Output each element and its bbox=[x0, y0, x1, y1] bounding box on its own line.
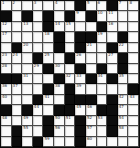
clue-number: 20 bbox=[23, 43, 28, 47]
white-cell[interactable]: 5 bbox=[86, 1, 97, 11]
black-cell bbox=[107, 74, 118, 84]
clue-number: 53 bbox=[98, 116, 103, 120]
white-cell[interactable] bbox=[97, 95, 108, 105]
clue-number: 55 bbox=[23, 126, 28, 130]
white-cell[interactable]: 22 bbox=[118, 43, 129, 53]
white-cell[interactable] bbox=[128, 22, 139, 32]
white-cell[interactable]: 17 bbox=[1, 32, 12, 42]
black-cell bbox=[107, 43, 118, 53]
white-cell[interactable]: 40 bbox=[1, 95, 12, 105]
black-cell bbox=[43, 22, 54, 32]
white-cell[interactable]: 34 bbox=[97, 74, 108, 84]
clue-number: 12 bbox=[2, 22, 7, 26]
clue-number: 39 bbox=[76, 84, 81, 88]
black-cell bbox=[65, 84, 76, 94]
white-cell[interactable] bbox=[33, 43, 44, 53]
clue-number: 3 bbox=[34, 1, 37, 5]
white-cell[interactable]: 52 bbox=[86, 116, 97, 126]
black-cell bbox=[107, 1, 118, 11]
white-cell[interactable] bbox=[128, 137, 139, 147]
white-cell[interactable] bbox=[33, 74, 44, 84]
white-cell[interactable]: 8 bbox=[128, 1, 139, 11]
clue-number: 14 bbox=[55, 22, 60, 26]
white-cell[interactable]: 31 bbox=[22, 74, 33, 84]
white-cell[interactable] bbox=[107, 32, 118, 42]
white-cell[interactable] bbox=[43, 105, 54, 115]
white-cell[interactable] bbox=[54, 137, 65, 147]
black-cell bbox=[12, 74, 23, 84]
clue-number: 11 bbox=[108, 11, 113, 15]
white-cell[interactable] bbox=[33, 116, 44, 126]
white-cell[interactable] bbox=[97, 53, 108, 63]
white-cell[interactable] bbox=[1, 126, 12, 136]
clue-number: 54 bbox=[119, 116, 124, 120]
clue-number: 37 bbox=[13, 84, 18, 88]
black-cell bbox=[75, 1, 86, 11]
clue-number: 59 bbox=[44, 137, 49, 141]
white-cell[interactable] bbox=[128, 64, 139, 74]
black-cell bbox=[33, 95, 44, 105]
white-cell[interactable]: 21 bbox=[86, 43, 97, 53]
white-cell[interactable]: 60 bbox=[86, 137, 97, 147]
clue-number: 1 bbox=[2, 1, 5, 5]
white-cell[interactable] bbox=[65, 43, 76, 53]
white-cell[interactable] bbox=[1, 137, 12, 147]
clue-number: 17 bbox=[2, 32, 7, 36]
white-cell[interactable] bbox=[1, 43, 12, 53]
black-cell bbox=[12, 137, 23, 147]
white-cell[interactable] bbox=[43, 43, 54, 53]
white-cell[interactable]: 4 bbox=[54, 1, 65, 11]
white-cell[interactable]: 2 bbox=[12, 1, 23, 11]
white-cell[interactable] bbox=[22, 32, 33, 42]
white-cell[interactable]: 12 bbox=[1, 22, 12, 32]
black-cell bbox=[54, 105, 65, 115]
white-cell[interactable] bbox=[12, 22, 23, 32]
clue-number: 28 bbox=[2, 64, 7, 68]
black-cell bbox=[86, 95, 97, 105]
clue-number: 22 bbox=[119, 43, 124, 47]
white-cell[interactable]: 18 bbox=[43, 32, 54, 42]
white-cell[interactable]: 6 bbox=[97, 1, 108, 11]
black-cell bbox=[86, 74, 97, 84]
clue-number: 24 bbox=[13, 53, 18, 57]
clue-number: 48 bbox=[2, 116, 7, 120]
clue-number: 23 bbox=[2, 53, 7, 57]
white-cell[interactable] bbox=[97, 126, 108, 136]
white-cell[interactable] bbox=[118, 22, 129, 32]
white-cell[interactable] bbox=[86, 22, 97, 32]
white-cell[interactable]: 54 bbox=[118, 116, 129, 126]
clue-number: 46 bbox=[87, 105, 92, 109]
clue-number: 30 bbox=[55, 64, 60, 68]
white-cell[interactable]: 27 bbox=[107, 53, 118, 63]
white-cell[interactable] bbox=[65, 32, 76, 42]
black-cell bbox=[86, 32, 97, 42]
white-cell[interactable] bbox=[128, 32, 139, 42]
clue-number: 45 bbox=[76, 105, 81, 109]
white-cell[interactable]: 56 bbox=[54, 126, 65, 136]
white-cell[interactable]: 24 bbox=[12, 53, 23, 63]
white-cell[interactable]: 36 bbox=[1, 84, 12, 94]
black-cell bbox=[97, 64, 108, 74]
white-cell[interactable]: 11 bbox=[107, 11, 118, 21]
white-cell[interactable] bbox=[65, 137, 76, 147]
black-cell bbox=[75, 43, 86, 53]
clue-number: 60 bbox=[87, 137, 92, 141]
white-cell[interactable] bbox=[54, 53, 65, 63]
black-cell bbox=[75, 137, 86, 147]
white-cell[interactable]: 50 bbox=[54, 116, 65, 126]
clue-number: 56 bbox=[55, 126, 60, 130]
white-cell[interactable] bbox=[54, 11, 65, 21]
white-cell[interactable]: 57 bbox=[86, 126, 97, 136]
black-cell bbox=[118, 53, 129, 63]
black-cell bbox=[75, 116, 86, 126]
white-cell[interactable] bbox=[22, 95, 33, 105]
white-cell[interactable]: 14 bbox=[54, 22, 65, 32]
clue-number: 49 bbox=[23, 116, 28, 120]
white-cell[interactable]: 10 bbox=[97, 11, 108, 21]
clue-number: 31 bbox=[23, 74, 28, 78]
clue-number: 25 bbox=[44, 53, 49, 57]
black-cell bbox=[43, 84, 54, 94]
clue-number: 36 bbox=[2, 84, 7, 88]
white-cell[interactable]: 1 bbox=[1, 1, 12, 11]
white-cell[interactable] bbox=[12, 11, 23, 21]
white-cell[interactable]: 13 bbox=[22, 22, 33, 32]
white-cell[interactable]: 29 bbox=[33, 64, 44, 74]
black-cell bbox=[12, 43, 23, 53]
black-cell bbox=[43, 11, 54, 21]
clue-number: 33 bbox=[76, 74, 81, 78]
clue-number: 6 bbox=[98, 1, 101, 5]
white-cell[interactable]: 20 bbox=[22, 43, 33, 53]
clue-number: 35 bbox=[119, 74, 124, 78]
black-cell bbox=[97, 105, 108, 115]
clue-number: 40 bbox=[2, 95, 7, 99]
clue-number: 29 bbox=[34, 64, 39, 68]
white-cell[interactable] bbox=[107, 64, 118, 74]
clue-number: 7 bbox=[119, 1, 122, 5]
white-cell[interactable] bbox=[128, 53, 139, 63]
white-cell[interactable] bbox=[128, 43, 139, 53]
white-cell[interactable] bbox=[118, 84, 129, 94]
white-cell[interactable] bbox=[33, 22, 44, 32]
clue-number: 41 bbox=[44, 95, 49, 99]
white-cell[interactable]: 7 bbox=[118, 1, 129, 11]
black-cell bbox=[12, 126, 23, 136]
black-cell bbox=[97, 22, 108, 32]
white-cell[interactable] bbox=[22, 53, 33, 63]
clue-number: 4 bbox=[55, 1, 58, 5]
black-cell bbox=[107, 95, 118, 105]
white-cell[interactable] bbox=[33, 126, 44, 136]
crossword-grid: 1234567891011121314151617181920212223242… bbox=[0, 0, 140, 148]
white-cell[interactable]: 28 bbox=[1, 64, 12, 74]
white-cell[interactable] bbox=[107, 84, 118, 94]
white-cell[interactable] bbox=[75, 22, 86, 32]
white-cell[interactable]: 3 bbox=[33, 1, 44, 11]
white-cell[interactable] bbox=[12, 64, 23, 74]
clue-number: 38 bbox=[55, 84, 60, 88]
white-cell[interactable] bbox=[97, 84, 108, 94]
white-cell[interactable]: 9 bbox=[75, 11, 86, 21]
white-cell[interactable]: 15 bbox=[65, 22, 76, 32]
white-cell[interactable]: 47 bbox=[118, 105, 129, 115]
clue-number: 16 bbox=[108, 22, 113, 26]
black-cell bbox=[107, 105, 118, 115]
black-cell bbox=[43, 116, 54, 126]
black-cell bbox=[128, 84, 139, 94]
clue-number: 50 bbox=[55, 116, 60, 120]
clue-number: 43 bbox=[129, 95, 134, 99]
black-cell bbox=[1, 11, 12, 21]
black-cell bbox=[54, 43, 65, 53]
white-cell[interactable] bbox=[97, 137, 108, 147]
black-cell bbox=[65, 11, 76, 21]
clue-number: 26 bbox=[76, 53, 81, 57]
black-cell bbox=[65, 53, 76, 63]
white-cell[interactable]: 26 bbox=[75, 53, 86, 63]
black-cell bbox=[33, 53, 44, 63]
white-cell[interactable] bbox=[12, 116, 23, 126]
clue-number: 18 bbox=[44, 32, 49, 36]
white-cell[interactable]: 25 bbox=[43, 53, 54, 63]
clue-number: 58 bbox=[119, 126, 124, 130]
white-cell[interactable]: 43 bbox=[128, 95, 139, 105]
white-cell[interactable] bbox=[22, 84, 33, 94]
white-cell[interactable] bbox=[128, 11, 139, 21]
white-cell[interactable] bbox=[33, 32, 44, 42]
black-cell bbox=[118, 64, 129, 74]
black-cell bbox=[22, 105, 33, 115]
black-cell bbox=[75, 126, 86, 136]
black-cell bbox=[118, 32, 129, 42]
white-cell[interactable]: 35 bbox=[118, 74, 129, 84]
white-cell[interactable] bbox=[65, 126, 76, 136]
white-cell[interactable] bbox=[97, 43, 108, 53]
black-cell bbox=[107, 116, 118, 126]
clue-number: 15 bbox=[66, 22, 71, 26]
white-cell[interactable]: 49 bbox=[22, 116, 33, 126]
white-cell[interactable] bbox=[65, 64, 76, 74]
white-cell[interactable]: 44 bbox=[33, 105, 44, 115]
black-cell bbox=[1, 105, 12, 115]
white-cell[interactable]: 41 bbox=[43, 95, 54, 105]
white-cell[interactable] bbox=[128, 74, 139, 84]
white-cell[interactable] bbox=[118, 137, 129, 147]
clue-number: 57 bbox=[87, 126, 92, 130]
white-cell[interactable] bbox=[86, 84, 97, 94]
white-cell[interactable]: 53 bbox=[97, 116, 108, 126]
white-cell[interactable] bbox=[33, 11, 44, 21]
white-cell[interactable] bbox=[107, 137, 118, 147]
white-cell[interactable] bbox=[22, 137, 33, 147]
white-cell[interactable] bbox=[128, 105, 139, 115]
clue-number: 19 bbox=[98, 32, 103, 36]
clue-number: 21 bbox=[87, 43, 92, 47]
black-cell bbox=[75, 32, 86, 42]
white-cell[interactable]: 30 bbox=[54, 64, 65, 74]
clue-number: 13 bbox=[23, 22, 28, 26]
black-cell bbox=[86, 11, 97, 21]
white-cell[interactable] bbox=[118, 11, 129, 21]
white-cell[interactable]: 23 bbox=[1, 53, 12, 63]
white-cell[interactable] bbox=[12, 105, 23, 115]
clue-number: 10 bbox=[98, 11, 103, 15]
black-cell bbox=[22, 11, 33, 21]
clue-number: 47 bbox=[119, 105, 124, 109]
black-cell bbox=[1, 74, 12, 84]
white-cell[interactable] bbox=[128, 126, 139, 136]
white-cell[interactable] bbox=[22, 1, 33, 11]
black-cell bbox=[65, 95, 76, 105]
black-cell bbox=[75, 64, 86, 74]
clue-number: 27 bbox=[108, 53, 113, 57]
black-cell bbox=[107, 126, 118, 136]
white-cell[interactable]: 45 bbox=[75, 105, 86, 115]
clue-number: 9 bbox=[76, 11, 79, 15]
white-cell[interactable] bbox=[22, 64, 33, 74]
white-cell[interactable] bbox=[86, 53, 97, 63]
clue-number: 2 bbox=[13, 1, 16, 5]
white-cell[interactable]: 33 bbox=[75, 74, 86, 84]
white-cell[interactable] bbox=[86, 64, 97, 74]
white-cell[interactable]: 59 bbox=[43, 137, 54, 147]
white-cell[interactable]: 32 bbox=[65, 74, 76, 84]
clue-number: 8 bbox=[129, 1, 132, 5]
white-cell[interactable]: 19 bbox=[97, 32, 108, 42]
clue-number: 44 bbox=[34, 105, 39, 109]
white-cell[interactable] bbox=[33, 84, 44, 94]
black-cell bbox=[65, 105, 76, 115]
white-cell[interactable]: 55 bbox=[22, 126, 33, 136]
clue-number: 51 bbox=[66, 116, 71, 120]
white-cell[interactable]: 39 bbox=[75, 84, 86, 94]
clue-number: 42 bbox=[119, 95, 124, 99]
white-cell[interactable] bbox=[43, 1, 54, 11]
white-cell[interactable]: 38 bbox=[54, 84, 65, 94]
black-cell bbox=[54, 74, 65, 84]
white-cell[interactable]: 16 bbox=[107, 22, 118, 32]
white-cell[interactable]: 42 bbox=[118, 95, 129, 105]
white-cell[interactable]: 48 bbox=[1, 116, 12, 126]
clue-number: 32 bbox=[66, 74, 71, 78]
white-cell[interactable] bbox=[128, 116, 139, 126]
white-cell[interactable]: 58 bbox=[118, 126, 129, 136]
black-cell bbox=[75, 95, 86, 105]
white-cell[interactable]: 37 bbox=[12, 84, 23, 94]
black-cell bbox=[43, 126, 54, 136]
white-cell[interactable] bbox=[43, 74, 54, 84]
white-cell[interactable] bbox=[12, 32, 23, 42]
white-cell[interactable]: 46 bbox=[86, 105, 97, 115]
white-cell[interactable] bbox=[12, 95, 23, 105]
clue-number: 5 bbox=[87, 1, 90, 5]
black-cell bbox=[33, 137, 44, 147]
black-cell bbox=[43, 64, 54, 74]
white-cell[interactable] bbox=[65, 1, 76, 11]
clue-number: 34 bbox=[98, 74, 103, 78]
clue-number: 52 bbox=[87, 116, 92, 120]
black-cell bbox=[54, 32, 65, 42]
white-cell[interactable]: 51 bbox=[65, 116, 76, 126]
white-cell[interactable] bbox=[54, 95, 65, 105]
